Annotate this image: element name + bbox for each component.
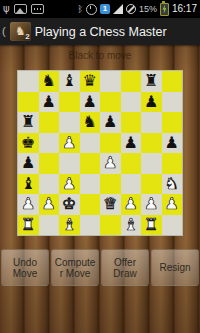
white-rook: ♜ xyxy=(144,216,158,232)
square-a7[interactable] xyxy=(18,92,39,113)
square-g8[interactable]: ♜ xyxy=(141,71,162,92)
square-c3[interactable]: ♟ xyxy=(59,174,80,195)
black-knight: ♞ xyxy=(42,73,56,89)
notification-badge: 1 xyxy=(100,4,110,14)
black-pawn: ♟ xyxy=(21,155,35,171)
square-f3[interactable] xyxy=(121,174,142,195)
white-rook: ♜ xyxy=(21,216,35,232)
square-h3[interactable]: ♞ xyxy=(162,174,183,195)
square-e4[interactable]: ♟ xyxy=(100,153,121,174)
bluetooth-icon: ᛒ xyxy=(78,0,83,18)
white-pawn: ♟ xyxy=(165,196,179,212)
white-bishop: ♝ xyxy=(124,216,138,232)
square-f8[interactable] xyxy=(121,71,142,92)
black-pawn: ♟ xyxy=(83,93,97,109)
square-h2[interactable]: ♟ xyxy=(162,194,183,215)
square-h4[interactable] xyxy=(162,153,183,174)
white-pawn: ♟ xyxy=(62,134,76,150)
square-g3[interactable] xyxy=(141,174,162,195)
white-bishop: ♝ xyxy=(62,216,76,232)
computer-move-button[interactable]: Computer Move xyxy=(51,249,99,286)
square-b6[interactable] xyxy=(39,112,60,133)
square-b3[interactable] xyxy=(39,174,60,195)
status-bar: ψ ᛒ 1 15% 16:17 xyxy=(0,0,200,18)
white-knight: ♞ xyxy=(165,175,179,191)
square-b4[interactable] xyxy=(39,153,60,174)
chess-board[interactable]: ♞♝♛♜♟♟♟♜♞♟♚♟♟♟♟♟♝♟♞♟♟♚♛♟♟♟♜♝♝♜ xyxy=(18,71,182,235)
white-pawn: ♟ xyxy=(62,175,76,191)
gallery-icon xyxy=(14,4,27,14)
square-e2[interactable]: ♛ xyxy=(100,194,121,215)
black-king: ♚ xyxy=(21,134,35,150)
square-f6[interactable] xyxy=(121,112,142,133)
resign-button[interactable]: Resign xyxy=(151,249,199,286)
undo-move-button[interactable]: Undo Move xyxy=(1,249,49,286)
black-bishop: ♝ xyxy=(62,73,76,89)
app-icon-badge: 2 xyxy=(25,32,29,41)
knight-icon: ♞ xyxy=(15,22,26,41)
square-f7[interactable] xyxy=(121,92,142,113)
square-c2[interactable]: ♚ xyxy=(59,194,80,215)
square-a2[interactable]: ♟ xyxy=(18,194,39,215)
square-d8[interactable]: ♛ xyxy=(80,71,101,92)
square-c1[interactable]: ♝ xyxy=(59,215,80,236)
battery-percent-label: 15% xyxy=(139,0,157,18)
square-d5[interactable] xyxy=(80,133,101,154)
page-title: Playing a Chess Master xyxy=(35,25,167,39)
square-d2[interactable] xyxy=(80,194,101,215)
square-c5[interactable]: ♟ xyxy=(59,133,80,154)
black-knight: ♞ xyxy=(83,114,97,130)
square-f5[interactable]: ♟ xyxy=(121,133,142,154)
square-d3[interactable] xyxy=(80,174,101,195)
white-king: ♚ xyxy=(62,196,76,212)
square-g4[interactable] xyxy=(141,153,162,174)
title-bar: ( ♞ 2 Playing a Chess Master xyxy=(0,18,200,45)
square-c4[interactable] xyxy=(59,153,80,174)
no-signal-icon xyxy=(126,4,136,14)
black-queen: ♛ xyxy=(83,73,97,89)
square-d4[interactable] xyxy=(80,153,101,174)
clock-label: 16:17 xyxy=(172,0,197,18)
square-b8[interactable]: ♞ xyxy=(39,71,60,92)
square-h5[interactable]: ♟ xyxy=(162,133,183,154)
white-pawn: ♟ xyxy=(124,196,138,212)
white-pawn: ♟ xyxy=(42,196,56,212)
square-c6[interactable] xyxy=(59,112,80,133)
white-queen: ♛ xyxy=(103,196,117,212)
square-b7[interactable]: ♟ xyxy=(39,92,60,113)
square-d6[interactable]: ♞ xyxy=(80,112,101,133)
black-rook: ♜ xyxy=(21,114,35,130)
square-b2[interactable]: ♟ xyxy=(39,194,60,215)
square-h1[interactable] xyxy=(162,215,183,236)
square-a6[interactable]: ♜ xyxy=(18,112,39,133)
turn-indicator: Black to move xyxy=(0,50,200,61)
square-a4[interactable]: ♟ xyxy=(18,153,39,174)
alarm-icon xyxy=(86,4,97,15)
square-f2[interactable]: ♟ xyxy=(121,194,142,215)
square-h7[interactable] xyxy=(162,92,183,113)
square-e7[interactable] xyxy=(100,92,121,113)
sms-icon xyxy=(31,4,44,14)
square-a8[interactable] xyxy=(18,71,39,92)
square-b5[interactable] xyxy=(39,133,60,154)
square-e8[interactable] xyxy=(100,71,121,92)
square-e1[interactable] xyxy=(100,215,121,236)
offer-draw-button[interactable]: Offer Draw xyxy=(101,249,149,286)
square-g1[interactable]: ♜ xyxy=(141,215,162,236)
square-a3[interactable]: ♝ xyxy=(18,174,39,195)
square-a1[interactable]: ♜ xyxy=(18,215,39,236)
square-f4[interactable] xyxy=(121,153,142,174)
app-screen: ψ ᛒ 1 15% 16:17 ( ♞ 2 Playing a Chess Ma… xyxy=(0,0,200,333)
square-g2[interactable]: ♟ xyxy=(141,194,162,215)
white-pawn: ♟ xyxy=(144,196,158,212)
square-f1[interactable]: ♝ xyxy=(121,215,142,236)
signal-icon xyxy=(113,4,123,14)
usb-icon: ψ xyxy=(3,0,10,18)
square-b1[interactable] xyxy=(39,215,60,236)
square-d7[interactable]: ♟ xyxy=(80,92,101,113)
action-button-row: Undo Move Computer Move Offer Draw Resig… xyxy=(0,249,200,286)
black-pawn: ♟ xyxy=(165,134,179,150)
square-c8[interactable]: ♝ xyxy=(59,71,80,92)
black-pawn: ♟ xyxy=(42,93,56,109)
square-g5[interactable] xyxy=(141,133,162,154)
chess-app-icon: ♞ 2 xyxy=(10,22,31,41)
black-pawn: ♟ xyxy=(144,93,158,109)
black-pawn: ♟ xyxy=(124,134,138,150)
square-g7[interactable]: ♟ xyxy=(141,92,162,113)
square-e5[interactable] xyxy=(100,133,121,154)
square-e3[interactable] xyxy=(100,174,121,195)
square-h8[interactable] xyxy=(162,71,183,92)
square-a5[interactable]: ♚ xyxy=(18,133,39,154)
black-bishop: ♝ xyxy=(21,175,35,191)
black-rook: ♜ xyxy=(144,73,158,89)
square-c7[interactable] xyxy=(59,92,80,113)
square-g6[interactable] xyxy=(141,112,162,133)
square-e6[interactable]: ♟ xyxy=(100,112,121,133)
left-paren-decoration: ( xyxy=(2,18,6,45)
square-d1[interactable] xyxy=(80,215,101,236)
black-pawn: ♟ xyxy=(103,114,117,130)
battery-charging-icon xyxy=(160,3,169,16)
square-h6[interactable] xyxy=(162,112,183,133)
white-pawn: ♟ xyxy=(21,196,35,212)
white-pawn: ♟ xyxy=(103,155,117,171)
